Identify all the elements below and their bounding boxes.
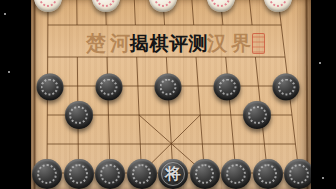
piece-black-facedown[interactable]	[127, 159, 157, 189]
piece-black-facedown[interactable]	[253, 159, 283, 189]
piece-black-facedown[interactable]	[32, 159, 62, 189]
dust-speck	[322, 177, 324, 179]
piece-black-facedown[interactable]	[95, 159, 125, 189]
red-ornament-ring	[39, 0, 58, 7]
red-ornament-ring	[154, 0, 173, 7]
video-frame: 楚河 揭棋评测 汉界 将	[0, 0, 336, 189]
black-ornament-ring	[277, 78, 295, 96]
letterbox-left	[0, 0, 31, 189]
black-ornament-ring	[159, 78, 177, 96]
black-ornament-ring	[226, 164, 246, 184]
piece-black-facedown[interactable]	[36, 74, 63, 101]
river-seal-stamp	[252, 33, 265, 54]
piece-black-facedown[interactable]	[155, 74, 182, 101]
black-ornament-ring	[100, 78, 118, 96]
piece-black-facedown[interactable]	[65, 101, 93, 129]
piece-black-facedown[interactable]	[190, 159, 220, 189]
piece-black-facedown[interactable]	[284, 159, 314, 189]
river-label-hanjie: 汉界	[207, 30, 255, 57]
river-label-chuhe: 楚河	[86, 30, 134, 57]
black-ornament-ring	[195, 164, 215, 184]
black-ornament-ring	[69, 164, 89, 184]
black-ornament-ring	[37, 164, 57, 184]
black-ornament-ring	[69, 106, 88, 125]
piece-black-facedown[interactable]	[243, 101, 271, 129]
dust-speck	[4, 13, 6, 15]
black-ornament-ring	[218, 78, 236, 96]
black-ornament-ring	[100, 164, 120, 184]
piece-black-facedown[interactable]	[221, 159, 251, 189]
black-ornament-ring	[289, 164, 309, 184]
black-ornament-ring	[41, 78, 59, 96]
piece-black-facedown[interactable]	[214, 74, 241, 101]
red-ornament-ring	[96, 0, 115, 7]
piece-black-general[interactable]: 将	[158, 159, 188, 189]
dust-speck	[319, 62, 321, 64]
piece-black-facedown[interactable]	[95, 74, 122, 101]
black-ornament-ring	[248, 106, 267, 125]
red-ornament-ring	[269, 0, 288, 7]
letterbox-right	[311, 0, 336, 189]
piece-black-facedown[interactable]	[273, 74, 300, 101]
video-title-overlay: 揭棋评测	[130, 31, 208, 57]
piece-black-facedown[interactable]	[64, 159, 94, 189]
general-glyph: 将	[158, 159, 188, 189]
red-ornament-ring	[211, 0, 230, 7]
black-ornament-ring	[132, 164, 152, 184]
dust-speck	[8, 71, 10, 73]
black-ornament-ring	[258, 164, 278, 184]
